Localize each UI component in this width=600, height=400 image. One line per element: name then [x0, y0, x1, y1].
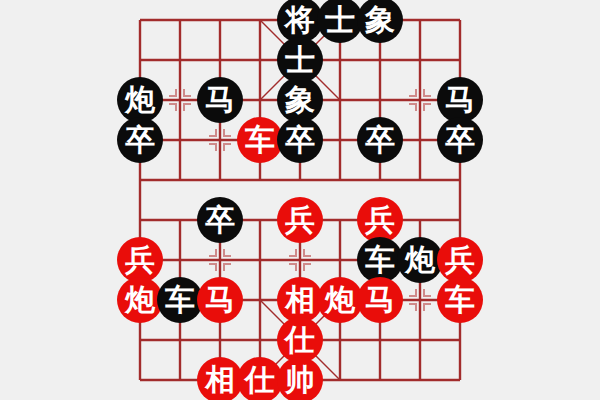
board-point-5-7[interactable]: 炮 [320, 280, 360, 320]
board-point-7-2[interactable] [400, 80, 440, 120]
board-point-4-2[interactable]: 象 [280, 80, 320, 120]
board-point-1-7[interactable]: 车 [160, 280, 200, 320]
board-point-7-0[interactable] [400, 0, 440, 40]
piece-red-chariot[interactable]: 车 [437, 277, 483, 323]
piece-black-pawn[interactable]: 卒 [277, 117, 323, 163]
board-point-1-3[interactable] [160, 120, 200, 160]
board-point-4-6[interactable] [280, 240, 320, 280]
board-point-0-3[interactable]: 卒 [120, 120, 160, 160]
piece-red-horse[interactable]: 马 [197, 277, 243, 323]
board-point-1-4[interactable] [160, 160, 200, 200]
piece-black-pawn[interactable]: 卒 [197, 197, 243, 243]
piece-black-elephant[interactable]: 象 [357, 0, 403, 43]
board-point-6-0[interactable]: 象 [360, 0, 400, 40]
board-point-0-7[interactable]: 炮 [120, 280, 160, 320]
piece-red-general[interactable]: 帅 [277, 357, 323, 400]
board-point-3-6[interactable] [240, 240, 280, 280]
board-point-1-9[interactable] [160, 360, 200, 400]
board-point-7-4[interactable] [400, 160, 440, 200]
piece-black-pawn[interactable]: 卒 [437, 117, 483, 163]
board-point-2-0[interactable] [200, 0, 240, 40]
board-point-8-1[interactable] [440, 40, 480, 80]
board-point-6-3[interactable]: 卒 [360, 120, 400, 160]
board-point-0-5[interactable] [120, 200, 160, 240]
board-point-4-0[interactable]: 将 [280, 0, 320, 40]
board-point-2-8[interactable] [200, 320, 240, 360]
board-point-0-6[interactable]: 兵 [120, 240, 160, 280]
board-point-8-6[interactable]: 兵 [440, 240, 480, 280]
xiangqi-board-screen: 将士象士炮马象马卒车卒卒卒卒兵兵兵车炮兵炮车马相炮马车仕相仕帅 [0, 0, 600, 400]
board-point-5-3[interactable] [320, 120, 360, 160]
board-point-8-4[interactable] [440, 160, 480, 200]
board-point-8-5[interactable] [440, 200, 480, 240]
board-point-2-6[interactable] [200, 240, 240, 280]
board-point-4-1[interactable]: 士 [280, 40, 320, 80]
board-point-5-8[interactable] [320, 320, 360, 360]
board-point-7-7[interactable] [400, 280, 440, 320]
board-point-3-4[interactable] [240, 160, 280, 200]
board-point-1-6[interactable] [160, 240, 200, 280]
board-point-7-1[interactable] [400, 40, 440, 80]
board-point-3-3[interactable]: 车 [240, 120, 280, 160]
board-point-0-8[interactable] [120, 320, 160, 360]
board-point-2-7[interactable]: 马 [200, 280, 240, 320]
board-point-1-5[interactable] [160, 200, 200, 240]
board-point-1-1[interactable] [160, 40, 200, 80]
board-point-0-9[interactable] [120, 360, 160, 400]
board-point-2-9[interactable]: 相 [200, 360, 240, 400]
board-point-2-2[interactable]: 马 [200, 80, 240, 120]
board-point-2-3[interactable] [200, 120, 240, 160]
board-point-8-7[interactable]: 车 [440, 280, 480, 320]
board-point-5-1[interactable] [320, 40, 360, 80]
board-point-3-7[interactable] [240, 280, 280, 320]
board-point-5-6[interactable] [320, 240, 360, 280]
board-point-4-5[interactable]: 兵 [280, 200, 320, 240]
board-point-7-8[interactable] [400, 320, 440, 360]
board-point-5-4[interactable] [320, 160, 360, 200]
board-point-4-3[interactable]: 卒 [280, 120, 320, 160]
board-point-2-1[interactable] [200, 40, 240, 80]
board-point-8-3[interactable]: 卒 [440, 120, 480, 160]
piece-black-pawn[interactable]: 卒 [117, 117, 163, 163]
board-point-4-8[interactable]: 仕 [280, 320, 320, 360]
board-point-6-1[interactable] [360, 40, 400, 80]
board-point-2-5[interactable]: 卒 [200, 200, 240, 240]
board-point-2-4[interactable] [200, 160, 240, 200]
board-point-1-8[interactable] [160, 320, 200, 360]
board-point-6-9[interactable] [360, 360, 400, 400]
board-point-1-2[interactable] [160, 80, 200, 120]
board-point-8-0[interactable] [440, 0, 480, 40]
board-point-3-5[interactable] [240, 200, 280, 240]
board-point-7-5[interactable] [400, 200, 440, 240]
board-point-5-5[interactable] [320, 200, 360, 240]
board-point-1-0[interactable] [160, 0, 200, 40]
board-point-3-1[interactable] [240, 40, 280, 80]
board-point-8-8[interactable] [440, 320, 480, 360]
board-point-3-0[interactable] [240, 0, 280, 40]
board-point-7-9[interactable] [400, 360, 440, 400]
board-point-3-8[interactable] [240, 320, 280, 360]
board-point-6-7[interactable]: 马 [360, 280, 400, 320]
board-point-5-0[interactable]: 士 [320, 0, 360, 40]
piece-black-horse[interactable]: 马 [197, 77, 243, 123]
board-point-6-5[interactable]: 兵 [360, 200, 400, 240]
board-point-0-4[interactable] [120, 160, 160, 200]
board-point-3-9[interactable]: 仕 [240, 360, 280, 400]
board-point-6-6[interactable]: 车 [360, 240, 400, 280]
board-point-4-7[interactable]: 相 [280, 280, 320, 320]
board-point-5-9[interactable] [320, 360, 360, 400]
board-point-0-1[interactable] [120, 40, 160, 80]
board-point-6-8[interactable] [360, 320, 400, 360]
board-point-0-2[interactable]: 炮 [120, 80, 160, 120]
board-point-4-4[interactable] [280, 160, 320, 200]
board-grid: 将士象士炮马象马卒车卒卒卒卒兵兵兵车炮兵炮车马相炮马车仕相仕帅 [120, 0, 480, 400]
board-point-5-2[interactable] [320, 80, 360, 120]
board-point-8-9[interactable] [440, 360, 480, 400]
board-point-7-6[interactable]: 炮 [400, 240, 440, 280]
board-point-4-9[interactable]: 帅 [280, 360, 320, 400]
board-point-7-3[interactable] [400, 120, 440, 160]
board-point-8-2[interactable]: 马 [440, 80, 480, 120]
piece-black-pawn[interactable]: 卒 [357, 117, 403, 163]
piece-red-pawn[interactable]: 兵 [277, 197, 323, 243]
piece-red-horse[interactable]: 马 [357, 277, 403, 323]
board-point-6-2[interactable] [360, 80, 400, 120]
board-point-6-4[interactable] [360, 160, 400, 200]
board-point-0-0[interactable] [120, 0, 160, 40]
board-point-3-2[interactable] [240, 80, 280, 120]
